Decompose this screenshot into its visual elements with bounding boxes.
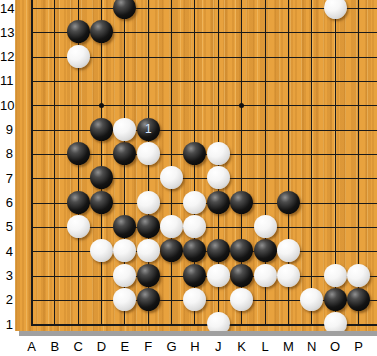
stone-black-K6[interactable] (230, 191, 253, 214)
stone-white-K2[interactable] (230, 288, 253, 311)
stone-white-O1[interactable] (324, 312, 347, 331)
grid-line (31, 81, 377, 82)
column-label-N: N (301, 340, 323, 354)
stone-white-F4[interactable] (137, 239, 160, 262)
stone-white-O14[interactable] (324, 0, 347, 19)
stone-white-J7[interactable] (207, 166, 230, 189)
stone-white-L5[interactable] (254, 215, 277, 238)
stone-black-C6[interactable] (67, 191, 90, 214)
grid-line (31, 178, 377, 179)
row-label-5: 5 (0, 220, 13, 234)
go-board[interactable]: 1 (15, 0, 377, 331)
stone-black-D6[interactable] (90, 191, 113, 214)
row-label-9: 9 (0, 123, 13, 137)
stone-white-C5[interactable] (67, 215, 90, 238)
stone-white-E2[interactable] (113, 288, 136, 311)
column-label-C: C (67, 340, 89, 354)
board-edge-shadow (19, 331, 377, 336)
stone-white-J8[interactable] (207, 142, 230, 165)
star-point (239, 103, 244, 108)
stone-black-H4[interactable] (183, 239, 206, 262)
stone-black-F9[interactable]: 1 (137, 118, 160, 141)
star-point (99, 103, 104, 108)
stone-black-J6[interactable] (207, 191, 230, 214)
stone-black-E14[interactable] (113, 0, 136, 19)
row-label-3: 3 (0, 269, 13, 283)
stone-white-N2[interactable] (300, 288, 323, 311)
stone-white-C12[interactable] (67, 45, 90, 68)
stone-black-F3[interactable] (137, 264, 160, 287)
column-label-F: F (137, 340, 159, 354)
column-label-M: M (277, 340, 299, 354)
grid-line (31, 130, 377, 131)
stone-black-D13[interactable] (90, 20, 113, 43)
stone-white-O3[interactable] (324, 264, 347, 287)
stone-black-E8[interactable] (113, 142, 136, 165)
row-label-7: 7 (0, 172, 13, 186)
stone-black-H3[interactable] (183, 264, 206, 287)
grid-line (311, 0, 312, 326)
stone-white-E9[interactable] (113, 118, 136, 141)
stone-black-F2[interactable] (137, 288, 160, 311)
column-label-G: G (161, 340, 183, 354)
stone-black-E5[interactable] (113, 215, 136, 238)
grid-line (101, 0, 102, 326)
column-label-J: J (207, 340, 229, 354)
stone-black-G4[interactable] (160, 239, 183, 262)
stone-white-H5[interactable] (183, 215, 206, 238)
row-label-8: 8 (0, 147, 13, 161)
stone-white-H6[interactable] (183, 191, 206, 214)
stone-white-P3[interactable] (347, 264, 370, 287)
stone-black-O2[interactable] (324, 288, 347, 311)
column-label-P: P (347, 340, 369, 354)
row-label-4: 4 (0, 245, 13, 259)
stone-black-D7[interactable] (90, 166, 113, 189)
row-label-14: 14 (0, 2, 13, 16)
column-label-K: K (231, 340, 253, 354)
stone-white-F6[interactable] (137, 191, 160, 214)
stone-white-J1[interactable] (207, 312, 230, 331)
column-label-E: E (114, 340, 136, 354)
grid-line (171, 0, 172, 326)
stone-black-J4[interactable] (207, 239, 230, 262)
stone-white-M4[interactable] (277, 239, 300, 262)
row-label-2: 2 (0, 293, 13, 307)
row-label-13: 13 (0, 26, 13, 40)
stone-white-F8[interactable] (137, 142, 160, 165)
grid-line (31, 0, 33, 326)
stone-black-M6[interactable] (277, 191, 300, 214)
row-label-10: 10 (0, 99, 13, 113)
stone-black-D9[interactable] (90, 118, 113, 141)
stone-black-K4[interactable] (230, 239, 253, 262)
grid-line (31, 105, 377, 106)
column-label-D: D (91, 340, 113, 354)
stone-black-C8[interactable] (67, 142, 90, 165)
column-label-L: L (254, 340, 276, 354)
stone-black-L4[interactable] (254, 239, 277, 262)
row-label-11: 11 (0, 74, 13, 88)
row-label-12: 12 (0, 50, 13, 64)
column-label-A: A (21, 340, 43, 354)
stone-white-M3[interactable] (277, 264, 300, 287)
stone-white-E4[interactable] (113, 239, 136, 262)
row-label-1: 1 (0, 318, 13, 332)
grid-line (54, 0, 55, 326)
stone-white-J3[interactable] (207, 264, 230, 287)
stone-black-K3[interactable] (230, 264, 253, 287)
stone-white-D4[interactable] (90, 239, 113, 262)
stone-black-C13[interactable] (67, 20, 90, 43)
stone-black-F5[interactable] (137, 215, 160, 238)
stone-white-H2[interactable] (183, 288, 206, 311)
column-label-B: B (44, 340, 66, 354)
column-label-O: O (324, 340, 346, 354)
column-label-H: H (184, 340, 206, 354)
stone-white-G7[interactable] (160, 166, 183, 189)
stone-white-L3[interactable] (254, 264, 277, 287)
stone-white-E3[interactable] (113, 264, 136, 287)
row-label-6: 6 (0, 196, 13, 210)
stone-black-P2[interactable] (347, 288, 370, 311)
move-number-label: 1 (137, 118, 160, 141)
stone-white-G5[interactable] (160, 215, 183, 238)
stone-black-H8[interactable] (183, 142, 206, 165)
